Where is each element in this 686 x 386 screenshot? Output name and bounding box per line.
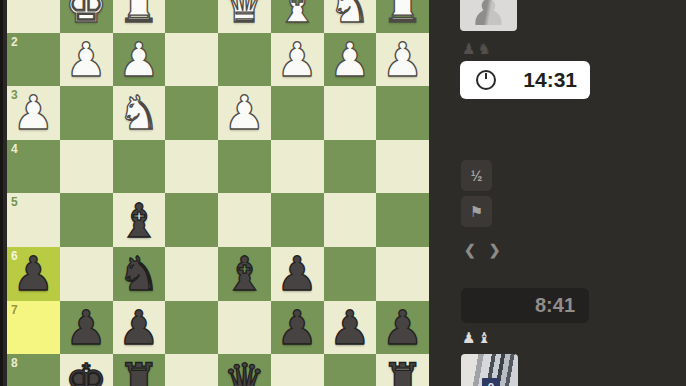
rank-label-7: 7 — [11, 303, 18, 317]
white-rook-a1: ♜ — [376, 0, 429, 33]
black-clock: 8:41 — [461, 288, 589, 323]
square-a8[interactable]: ♜ — [376, 354, 429, 386]
square-d3[interactable]: ♟ — [218, 86, 271, 140]
white-queen-d1: ♛ — [218, 0, 271, 33]
square-d6[interactable]: ♝ — [218, 247, 271, 301]
square-b6[interactable] — [324, 247, 377, 301]
square-a1[interactable]: ♜ — [376, 0, 429, 33]
opponent-avatar[interactable]: ♟ — [460, 0, 517, 31]
left-edge-strip — [0, 0, 7, 386]
white-pawn-c2: ♟ — [271, 33, 324, 87]
rank-label-2: 2 — [11, 35, 18, 49]
square-f6[interactable]: ♞ — [113, 247, 166, 301]
black-king-g8: ♚ — [60, 354, 113, 386]
captured-pawn-icon: ♟ — [462, 42, 475, 57]
white-pawn-a2: ♟ — [376, 33, 429, 87]
square-g8[interactable]: ♚ — [60, 354, 113, 386]
square-a3[interactable] — [376, 86, 429, 140]
black-bishop-f5: ♝ — [113, 193, 166, 247]
white-king-g1: ♚ — [60, 0, 113, 33]
square-c1[interactable]: ♝ — [271, 0, 324, 33]
square-f5[interactable]: ♝ — [113, 193, 166, 247]
captured-pawn-icon: ♟ — [462, 331, 475, 346]
square-c6[interactable]: ♟ — [271, 247, 324, 301]
square-b7[interactable]: ♟ — [324, 301, 377, 355]
square-f8[interactable]: ♜ — [113, 354, 166, 386]
square-g2[interactable]: ♟ — [60, 33, 113, 87]
square-e3[interactable] — [165, 86, 218, 140]
square-h6[interactable]: 6♟ — [7, 247, 60, 301]
white-pawn-f2: ♟ — [113, 33, 166, 87]
square-e5[interactable] — [165, 193, 218, 247]
white-pawn-d3: ♟ — [218, 86, 271, 140]
draw-half-label: ½ — [471, 168, 483, 184]
rank-label-8: 8 — [11, 356, 18, 370]
square-g5[interactable] — [60, 193, 113, 247]
square-b1[interactable]: ♞ — [324, 0, 377, 33]
white-bishop-c1: ♝ — [271, 0, 324, 33]
black-clock-time: 8:41 — [535, 294, 589, 317]
square-h3[interactable]: 3♟ — [7, 86, 60, 140]
square-c4[interactable] — [271, 140, 324, 194]
square-h5[interactable]: 5 — [7, 193, 60, 247]
black-rook-f8: ♜ — [113, 354, 166, 386]
square-c8[interactable] — [271, 354, 324, 386]
square-a4[interactable] — [376, 140, 429, 194]
square-e8[interactable] — [165, 354, 218, 386]
square-e6[interactable] — [165, 247, 218, 301]
white-knight-b1: ♞ — [324, 0, 377, 33]
white-clock: 14:31 — [460, 61, 590, 99]
opponent-captured-pieces: ♟♞ — [462, 42, 491, 57]
black-bishop-d6: ♝ — [218, 247, 271, 301]
square-h1[interactable]: 1 — [7, 0, 60, 33]
captured-knight-icon: ♞ — [477, 42, 490, 57]
square-d4[interactable] — [218, 140, 271, 194]
square-b4[interactable] — [324, 140, 377, 194]
square-h8[interactable]: 8 — [7, 354, 60, 386]
rank-label-6: 6 — [11, 249, 18, 263]
player-avatar-photo[interactable]: 9 — [461, 354, 518, 386]
square-f1[interactable]: ♜ — [113, 0, 166, 33]
square-e2[interactable] — [165, 33, 218, 87]
square-f3[interactable]: ♞ — [113, 86, 166, 140]
square-b5[interactable] — [324, 193, 377, 247]
chess-board: 1♚♜♛♝♞♜2♟♟♟♟♟3♟♞♟45♝6♟♞♝♟7♟♟♟♟♟8♚♜♛♜ — [7, 0, 429, 386]
draw-offer-button[interactable]: ½ — [461, 160, 492, 191]
white-pawn-g2: ♟ — [60, 33, 113, 87]
black-queen-d8: ♛ — [218, 354, 271, 386]
square-d2[interactable] — [218, 33, 271, 87]
pawn-avatar-icon: ♟ — [469, 0, 508, 31]
square-d7[interactable] — [218, 301, 271, 355]
white-rook-f1: ♜ — [113, 0, 166, 33]
clock-icon — [476, 70, 496, 90]
black-rook-a8: ♜ — [376, 354, 429, 386]
rank-label-3: 3 — [11, 88, 18, 102]
player-captured-pieces: ♟♝ — [462, 331, 491, 346]
square-d1[interactable]: ♛ — [218, 0, 271, 33]
next-move-button[interactable]: ❯ — [489, 242, 501, 258]
white-clock-time: 14:31 — [496, 68, 590, 92]
square-b8[interactable] — [324, 354, 377, 386]
square-g3[interactable] — [60, 86, 113, 140]
black-pawn-c7: ♟ — [271, 301, 324, 355]
prev-move-button[interactable]: ❮ — [464, 242, 476, 258]
white-pawn-b2: ♟ — [324, 33, 377, 87]
avatar-photo-number: 9 — [482, 378, 500, 386]
black-pawn-b7: ♟ — [324, 301, 377, 355]
black-pawn-f7: ♟ — [113, 301, 166, 355]
resign-button[interactable]: ⚑ — [461, 196, 492, 227]
square-g6[interactable] — [60, 247, 113, 301]
square-b2[interactable]: ♟ — [324, 33, 377, 87]
square-c2[interactable]: ♟ — [271, 33, 324, 87]
square-h4[interactable]: 4 — [7, 140, 60, 194]
captured-bishop-icon: ♝ — [477, 331, 490, 346]
square-d5[interactable] — [218, 193, 271, 247]
black-knight-f6: ♞ — [113, 247, 166, 301]
black-pawn-a7: ♟ — [376, 301, 429, 355]
rank-label-4: 4 — [11, 142, 18, 156]
square-e7[interactable] — [165, 301, 218, 355]
square-b3[interactable] — [324, 86, 377, 140]
white-knight-f3: ♞ — [113, 86, 166, 140]
square-e1[interactable] — [165, 0, 218, 33]
app-frame: 1♚♜♛♝♞♜2♟♟♟♟♟3♟♞♟45♝6♟♞♝♟7♟♟♟♟♟8♚♜♛♜ ♟ ♟… — [0, 0, 686, 386]
square-h2[interactable]: 2 — [7, 33, 60, 87]
square-d8[interactable]: ♛ — [218, 354, 271, 386]
move-navigation: ❮ ❯ — [464, 242, 500, 258]
square-f4[interactable] — [113, 140, 166, 194]
flag-icon: ⚑ — [470, 203, 483, 221]
square-g7[interactable]: ♟ — [60, 301, 113, 355]
square-g4[interactable] — [60, 140, 113, 194]
rank-label-5: 5 — [11, 195, 18, 209]
square-c3[interactable] — [271, 86, 324, 140]
square-c7[interactable]: ♟ — [271, 301, 324, 355]
square-a2[interactable]: ♟ — [376, 33, 429, 87]
black-pawn-g7: ♟ — [60, 301, 113, 355]
square-h7[interactable]: 7 — [7, 301, 60, 355]
square-e4[interactable] — [165, 140, 218, 194]
black-pawn-c6: ♟ — [271, 247, 324, 301]
square-f2[interactable]: ♟ — [113, 33, 166, 87]
square-a6[interactable] — [376, 247, 429, 301]
square-f7[interactable]: ♟ — [113, 301, 166, 355]
square-a5[interactable] — [376, 193, 429, 247]
square-g1[interactable]: ♚ — [60, 0, 113, 33]
square-c5[interactable] — [271, 193, 324, 247]
square-a7[interactable]: ♟ — [376, 301, 429, 355]
